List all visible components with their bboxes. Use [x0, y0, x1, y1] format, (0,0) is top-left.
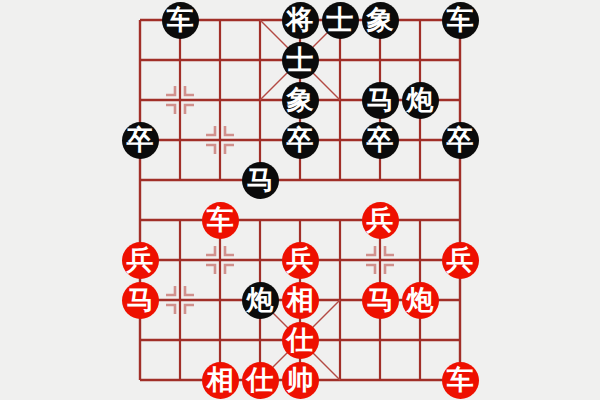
piece-black-soldier[interactable]: 卒	[282, 122, 319, 159]
point-marker	[225, 145, 234, 154]
piece-black-advisor[interactable]: 士	[322, 2, 359, 39]
piece-black-cannon[interactable]: 炮	[242, 282, 279, 319]
piece-black-cannon[interactable]: 炮	[402, 82, 439, 119]
point-marker	[166, 105, 175, 114]
piece-black-horse[interactable]: 马	[362, 82, 399, 119]
point-marker	[385, 246, 394, 255]
piece-red-advisor[interactable]: 仕	[282, 322, 319, 359]
piece-black-elephant[interactable]: 象	[362, 2, 399, 39]
piece-black-general[interactable]: 将	[282, 2, 319, 39]
point-marker	[166, 86, 175, 95]
piece-red-elephant[interactable]: 相	[202, 362, 239, 399]
piece-black-chariot[interactable]: 车	[162, 2, 199, 39]
point-marker	[225, 265, 234, 274]
piece-red-advisor[interactable]: 仕	[242, 362, 279, 399]
piece-black-advisor[interactable]: 士	[282, 42, 319, 79]
point-marker	[166, 305, 175, 314]
piece-red-soldier[interactable]: 兵	[362, 202, 399, 239]
point-marker	[185, 86, 194, 95]
xiangqi-board-stage: 车将士象车士象马炮卒卒卒卒马车兵兵兵兵马炮相马炮仕相仕帅车	[0, 0, 600, 400]
piece-red-horse[interactable]: 马	[122, 282, 159, 319]
piece-red-general[interactable]: 帅	[282, 362, 319, 399]
piece-black-soldier[interactable]: 卒	[122, 122, 159, 159]
piece-red-elephant[interactable]: 相	[282, 282, 319, 319]
point-marker	[366, 265, 375, 274]
point-marker	[185, 286, 194, 295]
point-marker	[206, 246, 215, 255]
piece-red-chariot[interactable]: 车	[202, 202, 239, 239]
piece-black-soldier[interactable]: 卒	[442, 122, 479, 159]
piece-black-elephant[interactable]: 象	[282, 82, 319, 119]
point-marker	[166, 286, 175, 295]
piece-red-cannon[interactable]: 炮	[402, 282, 439, 319]
point-marker	[385, 265, 394, 274]
piece-red-horse[interactable]: 马	[362, 282, 399, 319]
point-marker	[185, 305, 194, 314]
point-marker	[206, 126, 215, 135]
point-marker	[366, 246, 375, 255]
point-marker	[185, 105, 194, 114]
point-marker	[206, 265, 215, 274]
point-marker	[206, 145, 215, 154]
piece-red-soldier[interactable]: 兵	[122, 242, 159, 279]
piece-black-horse[interactable]: 马	[242, 162, 279, 199]
piece-red-soldier[interactable]: 兵	[282, 242, 319, 279]
piece-red-soldier[interactable]: 兵	[442, 242, 479, 279]
point-marker	[225, 246, 234, 255]
piece-red-chariot[interactable]: 车	[442, 362, 479, 399]
piece-black-soldier[interactable]: 卒	[362, 122, 399, 159]
piece-black-chariot[interactable]: 车	[442, 2, 479, 39]
point-marker	[225, 126, 234, 135]
